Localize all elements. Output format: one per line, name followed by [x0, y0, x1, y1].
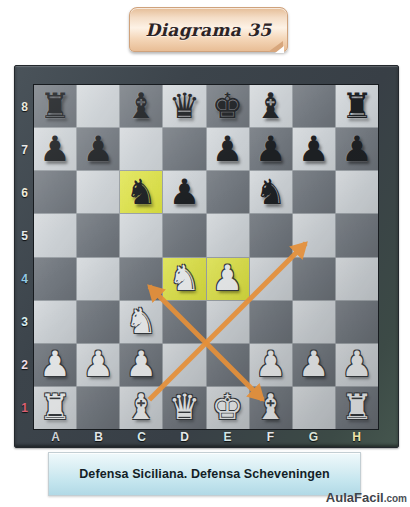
square-h1: ♜	[336, 387, 378, 429]
square-e3	[207, 301, 249, 343]
diagram-title: Diagrama 35	[146, 20, 272, 40]
watermark: AulaFacil.com	[326, 488, 407, 506]
square-a3	[34, 301, 76, 343]
square-b1	[77, 387, 119, 429]
white-rook-a1: ♜	[39, 390, 70, 425]
black-pawn-g7: ♟	[298, 132, 329, 167]
square-h7: ♟	[336, 128, 378, 170]
caption-box: Defensa Siciliana. Defensa Scheveningen	[48, 452, 361, 496]
file-label-H: H	[335, 427, 378, 447]
white-rook-h1: ♜	[341, 390, 372, 425]
file-label-C: C	[120, 427, 163, 447]
square-g5	[293, 214, 335, 256]
rank-label-4: 4	[15, 257, 34, 300]
diagram-title-banner: Diagrama 35	[129, 7, 288, 52]
file-label-A: A	[34, 427, 77, 447]
square-b3	[77, 301, 119, 343]
square-e2	[207, 344, 249, 386]
page: Diagrama 35 87654321 ♜♝♛♚♝♜♟♟♟♟♟♟♞♟♞♞♟♞♟…	[0, 0, 410, 507]
square-f4	[250, 258, 292, 300]
black-rook-a8: ♜	[39, 89, 70, 124]
square-e1: ♚	[207, 387, 249, 429]
square-b4	[77, 258, 119, 300]
square-e4: ♟	[207, 258, 249, 300]
white-pawn-c2: ♟	[126, 347, 157, 382]
white-pawn-h2: ♟	[341, 347, 372, 382]
rank-labels: 87654321	[15, 85, 34, 429]
black-rook-h8: ♜	[341, 89, 372, 124]
square-d5	[163, 214, 205, 256]
white-pawn-b2: ♟	[82, 347, 113, 382]
watermark-suffix: .com	[384, 493, 407, 504]
white-pawn-g2: ♟	[298, 347, 329, 382]
square-a2: ♟	[34, 344, 76, 386]
white-pawn-f2: ♟	[255, 347, 286, 382]
square-c4	[120, 258, 162, 300]
square-g7: ♟	[293, 128, 335, 170]
file-label-B: B	[77, 427, 120, 447]
square-g6	[293, 171, 335, 213]
square-d4: ♞	[163, 258, 205, 300]
black-pawn-h7: ♟	[341, 132, 372, 167]
square-c3: ♞	[120, 301, 162, 343]
rank-label-8: 8	[15, 85, 34, 128]
square-h3	[336, 301, 378, 343]
black-knight-c6: ♞	[126, 175, 157, 210]
square-c6: ♞	[120, 171, 162, 213]
black-knight-f6: ♞	[255, 175, 286, 210]
square-a8: ♜	[34, 85, 76, 127]
square-g8	[293, 85, 335, 127]
black-queen-d8: ♛	[169, 89, 200, 124]
file-label-G: G	[292, 427, 335, 447]
white-pawn-a2: ♟	[39, 347, 70, 382]
white-king-e1: ♚	[212, 390, 243, 425]
black-king-e8: ♚	[212, 89, 243, 124]
square-d1: ♛	[163, 387, 205, 429]
file-labels: ABCDEFGH	[34, 427, 378, 447]
square-h4	[336, 258, 378, 300]
square-h8: ♜	[336, 85, 378, 127]
chess-board-frame: 87654321 ♜♝♛♚♝♜♟♟♟♟♟♟♞♟♞♞♟♞♟♟♟♟♟♟♜♝♛♚♝♜ …	[14, 65, 399, 448]
square-f8: ♝	[250, 85, 292, 127]
square-c2: ♟	[120, 344, 162, 386]
square-d2	[163, 344, 205, 386]
watermark-brand: AulaFacil	[326, 490, 384, 505]
square-c1: ♝	[120, 387, 162, 429]
square-h6	[336, 171, 378, 213]
rank-label-7: 7	[15, 128, 34, 171]
square-f2: ♟	[250, 344, 292, 386]
white-knight-d4: ♞	[169, 261, 200, 296]
rank-label-6: 6	[15, 171, 34, 214]
white-knight-c3: ♞	[126, 304, 157, 339]
file-label-D: D	[163, 427, 206, 447]
rank-label-2: 2	[15, 343, 34, 386]
white-bishop-f1: ♝	[255, 390, 286, 425]
rank-label-3: 3	[15, 300, 34, 343]
rank-label-1: 1	[15, 386, 34, 429]
square-b8	[77, 85, 119, 127]
square-b2: ♟	[77, 344, 119, 386]
square-f7: ♟	[250, 128, 292, 170]
black-bishop-c8: ♝	[126, 89, 157, 124]
square-b6	[77, 171, 119, 213]
square-h5	[336, 214, 378, 256]
white-bishop-c1: ♝	[126, 390, 157, 425]
square-d3	[163, 301, 205, 343]
square-e8: ♚	[207, 85, 249, 127]
white-queen-d1: ♛	[169, 390, 200, 425]
square-d6: ♟	[163, 171, 205, 213]
square-a6	[34, 171, 76, 213]
black-pawn-e7: ♟	[212, 132, 243, 167]
black-pawn-d6: ♟	[169, 175, 200, 210]
square-c7	[120, 128, 162, 170]
square-a4	[34, 258, 76, 300]
file-label-E: E	[206, 427, 249, 447]
black-pawn-f7: ♟	[255, 132, 286, 167]
square-h2: ♟	[336, 344, 378, 386]
chess-board: ♜♝♛♚♝♜♟♟♟♟♟♟♞♟♞♞♟♞♟♟♟♟♟♟♜♝♛♚♝♜	[34, 85, 378, 429]
square-b7: ♟	[77, 128, 119, 170]
square-b5	[77, 214, 119, 256]
square-g2: ♟	[293, 344, 335, 386]
square-c8: ♝	[120, 85, 162, 127]
square-e5	[207, 214, 249, 256]
square-f1: ♝	[250, 387, 292, 429]
square-f6: ♞	[250, 171, 292, 213]
square-g4	[293, 258, 335, 300]
white-pawn-e4: ♟	[212, 261, 243, 296]
square-e7: ♟	[207, 128, 249, 170]
square-a1: ♜	[34, 387, 76, 429]
black-bishop-f8: ♝	[255, 89, 286, 124]
file-label-F: F	[249, 427, 292, 447]
square-g3	[293, 301, 335, 343]
square-d7	[163, 128, 205, 170]
rank-label-5: 5	[15, 214, 34, 257]
square-e6	[207, 171, 249, 213]
square-g1	[293, 387, 335, 429]
black-pawn-b7: ♟	[82, 132, 113, 167]
square-f5	[250, 214, 292, 256]
square-f3	[250, 301, 292, 343]
black-pawn-a7: ♟	[39, 132, 70, 167]
square-d8: ♛	[163, 85, 205, 127]
caption-text: Defensa Siciliana. Defensa Scheveningen	[79, 467, 330, 481]
square-a5	[34, 214, 76, 256]
square-a7: ♟	[34, 128, 76, 170]
square-c5	[120, 214, 162, 256]
